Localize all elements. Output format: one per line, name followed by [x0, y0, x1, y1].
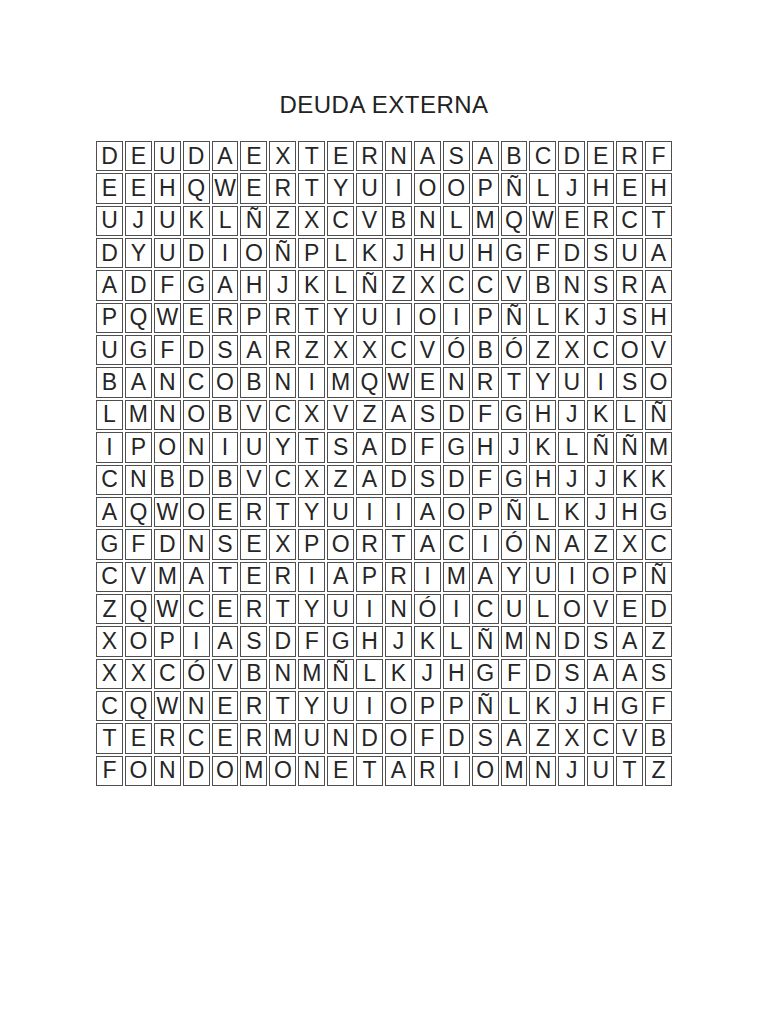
grid-cell: P — [298, 529, 325, 559]
grid-cell: K — [645, 465, 672, 495]
grid-cell: C — [327, 206, 354, 236]
grid-cell: P — [298, 238, 325, 268]
grid-cell: S — [414, 400, 441, 430]
grid-cell: M — [472, 206, 499, 236]
grid-cell: W — [212, 173, 239, 203]
grid-cell: Z — [356, 400, 383, 430]
grid-cell: S — [212, 529, 239, 559]
grid-cell: U — [240, 432, 267, 462]
grid-cell: I — [183, 626, 210, 656]
grid-cell: E — [240, 529, 267, 559]
grid-cell: N — [269, 367, 296, 397]
grid-cell: U — [327, 594, 354, 624]
grid-cell: E — [212, 594, 239, 624]
grid-cell: Ñ — [356, 270, 383, 300]
grid-cell: O — [443, 173, 470, 203]
grid-cell: M — [240, 756, 267, 786]
grid-cell: W — [154, 594, 181, 624]
grid-cell: E — [616, 173, 643, 203]
grid-cell: N — [183, 529, 210, 559]
grid-cell: M — [443, 562, 470, 592]
grid-cell: P — [96, 303, 123, 333]
grid-cell: E — [240, 141, 267, 171]
grid-cell: C — [587, 335, 614, 365]
grid-cell: G — [645, 497, 672, 527]
grid-cell: M — [501, 756, 528, 786]
grid-cell: L — [443, 626, 470, 656]
grid-cell: Ó — [183, 659, 210, 689]
grid-cell: F — [501, 659, 528, 689]
grid-cell: X — [298, 465, 325, 495]
grid-cell: J — [558, 400, 585, 430]
grid-cell: M — [645, 432, 672, 462]
grid-cell: G — [472, 659, 499, 689]
grid-cell: D — [356, 723, 383, 753]
grid-cell: M — [269, 723, 296, 753]
grid-cell: R — [240, 723, 267, 753]
grid-cell: E — [125, 173, 152, 203]
grid-cell: I — [558, 562, 585, 592]
grid-cell: A — [212, 141, 239, 171]
grid-cell: U — [327, 691, 354, 721]
grid-cell: O — [212, 367, 239, 397]
grid-cell: R — [269, 562, 296, 592]
grid-cell: B — [501, 141, 528, 171]
grid-cell: F — [645, 141, 672, 171]
grid-cell: L — [443, 206, 470, 236]
grid-cell: Z — [327, 465, 354, 495]
grid-cell: C — [183, 594, 210, 624]
grid-cell: E — [616, 594, 643, 624]
grid-cell: Q — [356, 367, 383, 397]
grid-cell: T — [356, 756, 383, 786]
grid-cell: I — [385, 303, 412, 333]
grid-cell: D — [154, 529, 181, 559]
grid-cell: I — [472, 529, 499, 559]
grid-cell: L — [529, 173, 556, 203]
grid-cell: T — [96, 723, 123, 753]
grid-cell: Ñ — [616, 432, 643, 462]
grid-cell: O — [327, 529, 354, 559]
grid-cell: F — [125, 529, 152, 559]
grid-cell: A — [96, 497, 123, 527]
grid-cell: D — [443, 723, 470, 753]
grid-cell: C — [96, 465, 123, 495]
grid-cell: C — [183, 723, 210, 753]
grid-cell: D — [183, 141, 210, 171]
grid-cell: H — [356, 626, 383, 656]
grid-cell: C — [385, 335, 412, 365]
grid-cell: V — [327, 400, 354, 430]
grid-cell: R — [269, 173, 296, 203]
grid-cell: L — [616, 400, 643, 430]
grid-cell: I — [443, 594, 470, 624]
grid-cell: D — [385, 465, 412, 495]
grid-cell: Ó — [501, 335, 528, 365]
grid-cell: B — [154, 465, 181, 495]
grid-cell: P — [356, 562, 383, 592]
grid-cell: C — [587, 723, 614, 753]
grid-cell: C — [269, 465, 296, 495]
grid-cell: T — [269, 691, 296, 721]
grid-cell: S — [616, 367, 643, 397]
grid-cell: Q — [125, 691, 152, 721]
grid-cell: O — [183, 497, 210, 527]
grid-cell: Y — [125, 238, 152, 268]
grid-cell: X — [269, 529, 296, 559]
grid-cell: O — [125, 756, 152, 786]
grid-cell: R — [356, 141, 383, 171]
grid-cell: T — [616, 756, 643, 786]
grid-cell: R — [472, 367, 499, 397]
grid-cell: T — [501, 367, 528, 397]
grid-cell: H — [529, 465, 556, 495]
grid-cell: N — [298, 756, 325, 786]
grid-cell: T — [212, 562, 239, 592]
grid-cell: S — [472, 723, 499, 753]
grid-cell: F — [298, 626, 325, 656]
grid-cell: Ñ — [645, 400, 672, 430]
grid-cell: S — [558, 659, 585, 689]
grid-cell: N — [414, 206, 441, 236]
grid-cell: E — [212, 723, 239, 753]
grid-cell: Y — [298, 594, 325, 624]
grid-cell: R — [356, 529, 383, 559]
grid-cell: G — [443, 432, 470, 462]
grid-cell: O — [616, 335, 643, 365]
grid-cell: D — [183, 756, 210, 786]
grid-cell: Ó — [414, 594, 441, 624]
grid-cell: E — [212, 497, 239, 527]
grid-cell: E — [558, 206, 585, 236]
grid-cell: O — [385, 691, 412, 721]
grid-cell: D — [443, 465, 470, 495]
grid-cell: A — [587, 659, 614, 689]
grid-cell: A — [645, 238, 672, 268]
grid-cell: P — [472, 173, 499, 203]
grid-cell: K — [616, 465, 643, 495]
grid-cell: I — [298, 367, 325, 397]
grid-cell: T — [385, 529, 412, 559]
grid-cell: Z — [587, 529, 614, 559]
grid-cell: R — [414, 756, 441, 786]
grid-cell: V — [587, 594, 614, 624]
grid-cell: T — [298, 141, 325, 171]
grid-cell: J — [587, 303, 614, 333]
grid-cell: K — [587, 400, 614, 430]
grid-cell: E — [414, 367, 441, 397]
grid-cell: N — [183, 691, 210, 721]
grid-cell: V — [240, 400, 267, 430]
grid-cell: L — [96, 400, 123, 430]
grid-cell: H — [529, 400, 556, 430]
grid-cell: I — [356, 497, 383, 527]
grid-cell: O — [269, 756, 296, 786]
puzzle-title: DEUDA EXTERNA — [0, 91, 768, 119]
grid-cell: H — [443, 659, 470, 689]
grid-cell: H — [472, 238, 499, 268]
grid-cell: Y — [269, 432, 296, 462]
grid-cell: H — [616, 497, 643, 527]
grid-cell: F — [472, 465, 499, 495]
grid-cell: W — [154, 691, 181, 721]
grid-cell: Z — [645, 756, 672, 786]
grid-cell: F — [154, 335, 181, 365]
grid-cell: F — [96, 756, 123, 786]
grid-cell: I — [212, 238, 239, 268]
grid-cell: Q — [125, 594, 152, 624]
grid-cell: Ñ — [645, 562, 672, 592]
grid-cell: E — [212, 691, 239, 721]
grid-cell: O — [212, 756, 239, 786]
grid-cell: Ñ — [240, 206, 267, 236]
grid-cell: C — [529, 141, 556, 171]
grid-cell: A — [96, 270, 123, 300]
grid-cell: E — [125, 723, 152, 753]
grid-cell: R — [269, 303, 296, 333]
grid-cell: S — [587, 626, 614, 656]
grid-cell: U — [529, 562, 556, 592]
grid-cell: R — [616, 270, 643, 300]
grid-cell: D — [183, 335, 210, 365]
grid-cell: U — [356, 173, 383, 203]
grid-cell: I — [385, 497, 412, 527]
grid-cell: P — [443, 691, 470, 721]
grid-cell: J — [558, 465, 585, 495]
grid-cell: N — [529, 756, 556, 786]
grid-cell: Ñ — [501, 173, 528, 203]
grid-cell: Ñ — [327, 659, 354, 689]
grid-cell: K — [558, 497, 585, 527]
grid-cell: K — [356, 238, 383, 268]
grid-cell: Ñ — [269, 238, 296, 268]
grid-cell: Z — [385, 270, 412, 300]
grid-cell: L — [327, 270, 354, 300]
grid-cell: P — [472, 303, 499, 333]
grid-cell: M — [501, 626, 528, 656]
grid-cell: U — [356, 303, 383, 333]
grid-cell: R — [616, 141, 643, 171]
grid-cell: F — [472, 400, 499, 430]
grid-cell: L — [327, 238, 354, 268]
grid-cell: D — [183, 238, 210, 268]
grid-cell: N — [327, 723, 354, 753]
grid-cell: U — [154, 206, 181, 236]
grid-cell: B — [212, 465, 239, 495]
grid-cell: D — [269, 626, 296, 656]
grid-cell: Q — [183, 173, 210, 203]
grid-cell: J — [414, 659, 441, 689]
grid-cell: I — [212, 432, 239, 462]
grid-cell: N — [385, 141, 412, 171]
grid-cell: O — [240, 238, 267, 268]
grid-cell: L — [501, 691, 528, 721]
grid-cell: V — [212, 659, 239, 689]
grid-cell: D — [645, 594, 672, 624]
grid-cell: W — [385, 367, 412, 397]
grid-cell: B — [385, 206, 412, 236]
grid-cell: B — [240, 367, 267, 397]
grid-cell: A — [327, 562, 354, 592]
grid-cell: B — [645, 723, 672, 753]
grid-cell: P — [125, 432, 152, 462]
grid-cell: Q — [501, 206, 528, 236]
grid-cell: M — [327, 367, 354, 397]
grid-cell: O — [414, 173, 441, 203]
grid-cell: D — [558, 238, 585, 268]
grid-cell: A — [472, 562, 499, 592]
grid-cell: C — [472, 594, 499, 624]
grid-cell: A — [414, 529, 441, 559]
grid-cell: A — [212, 626, 239, 656]
grid-cell: H — [645, 303, 672, 333]
grid-cell: F — [645, 691, 672, 721]
grid-cell: E — [96, 173, 123, 203]
grid-cell: A — [356, 432, 383, 462]
grid-cell: A — [501, 723, 528, 753]
grid-cell: I — [356, 691, 383, 721]
grid-cell: L — [529, 497, 556, 527]
grid-cell: J — [385, 238, 412, 268]
grid-cell: C — [443, 270, 470, 300]
grid-cell: F — [529, 238, 556, 268]
grid-cell: U — [96, 206, 123, 236]
grid-cell: E — [327, 141, 354, 171]
grid-cell: G — [125, 335, 152, 365]
grid-cell: O — [558, 594, 585, 624]
grid-cell: P — [240, 303, 267, 333]
grid-cell: U — [501, 594, 528, 624]
grid-cell: Q — [125, 303, 152, 333]
grid-cell: E — [327, 756, 354, 786]
grid-cell: H — [414, 238, 441, 268]
grid-cell: G — [96, 529, 123, 559]
grid-cell: R — [212, 303, 239, 333]
grid-cell: C — [154, 659, 181, 689]
grid-cell: S — [587, 270, 614, 300]
grid-cell: X — [96, 659, 123, 689]
grid-cell: L — [558, 432, 585, 462]
grid-cell: V — [356, 206, 383, 236]
grid-cell: F — [414, 723, 441, 753]
grid-cell: S — [327, 432, 354, 462]
grid-cell: E — [183, 303, 210, 333]
grid-cell: T — [298, 432, 325, 462]
grid-cell: I — [443, 756, 470, 786]
grid-cell: M — [125, 400, 152, 430]
grid-cell: B — [96, 367, 123, 397]
grid-cell: J — [385, 626, 412, 656]
grid-cell: I — [443, 303, 470, 333]
grid-cell: I — [414, 562, 441, 592]
grid-cell: R — [240, 497, 267, 527]
grid-cell: J — [558, 173, 585, 203]
grid-cell: A — [414, 497, 441, 527]
grid-cell: Ñ — [501, 497, 528, 527]
grid-cell: H — [240, 270, 267, 300]
grid-cell: Z — [529, 723, 556, 753]
grid-cell: I — [356, 594, 383, 624]
grid-cell: C — [96, 562, 123, 592]
grid-cell: R — [240, 691, 267, 721]
grid-cell: H — [472, 432, 499, 462]
grid-cell: J — [501, 432, 528, 462]
grid-cell: U — [616, 238, 643, 268]
grid-cell: A — [385, 756, 412, 786]
grid-cell: A — [616, 626, 643, 656]
grid-cell: A — [183, 562, 210, 592]
grid-cell: Ó — [501, 529, 528, 559]
grid-cell: A — [212, 270, 239, 300]
grid-cell: X — [356, 335, 383, 365]
grid-cell: Ñ — [587, 432, 614, 462]
grid-cell: K — [414, 626, 441, 656]
grid-cell: N — [183, 432, 210, 462]
grid-cell: O — [472, 756, 499, 786]
grid-cell: Y — [327, 303, 354, 333]
grid-cell: W — [154, 497, 181, 527]
grid-cell: T — [298, 303, 325, 333]
grid-cell: S — [587, 238, 614, 268]
grid-cell: G — [616, 691, 643, 721]
grid-cell: G — [327, 626, 354, 656]
grid-cell: D — [558, 626, 585, 656]
grid-cell: U — [154, 141, 181, 171]
grid-cell: Z — [96, 594, 123, 624]
grid-cell: N — [154, 756, 181, 786]
grid-cell: Z — [298, 335, 325, 365]
grid-cell: B — [472, 335, 499, 365]
grid-cell: Z — [645, 626, 672, 656]
grid-cell: S — [414, 465, 441, 495]
grid-cell: C — [443, 529, 470, 559]
grid-cell: A — [558, 529, 585, 559]
grid-cell: N — [154, 400, 181, 430]
grid-cell: U — [587, 756, 614, 786]
grid-cell: I — [96, 432, 123, 462]
grid-cell: Ñ — [501, 303, 528, 333]
grid-cell: X — [327, 335, 354, 365]
grid-cell: T — [269, 594, 296, 624]
grid-cell: T — [269, 497, 296, 527]
grid-cell: C — [472, 270, 499, 300]
grid-cell: N — [154, 367, 181, 397]
grid-cell: V — [414, 335, 441, 365]
grid-cell: Ñ — [472, 626, 499, 656]
grid-cell: J — [269, 270, 296, 300]
grid-cell: K — [183, 206, 210, 236]
grid-cell: I — [587, 367, 614, 397]
grid-cell: A — [414, 141, 441, 171]
grid-cell: O — [587, 562, 614, 592]
grid-cell: M — [298, 659, 325, 689]
grid-cell: J — [587, 497, 614, 527]
grid-cell: P — [154, 626, 181, 656]
grid-cell: A — [645, 270, 672, 300]
grid-cell: Y — [298, 497, 325, 527]
grid-cell: X — [616, 529, 643, 559]
grid-cell: C — [645, 529, 672, 559]
grid-cell: Y — [501, 562, 528, 592]
grid-cell: H — [587, 173, 614, 203]
grid-cell: Ó — [443, 335, 470, 365]
grid-cell: N — [558, 270, 585, 300]
grid-cell: K — [529, 691, 556, 721]
grid-cell: H — [645, 173, 672, 203]
grid-cell: B — [529, 270, 556, 300]
grid-cell: M — [154, 562, 181, 592]
grid-cell: L — [356, 659, 383, 689]
